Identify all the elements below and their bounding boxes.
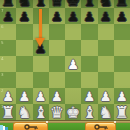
square-e3[interactable] [65, 72, 81, 88]
arrow-head [35, 38, 45, 47]
square-f7[interactable]: ♟ [81, 8, 97, 24]
piece-black-pawn: ♟ [67, 9, 79, 24]
square-f6[interactable] [81, 24, 97, 40]
square-a2[interactable]: ♟ [0, 88, 16, 104]
square-h2[interactable]: ♟ [114, 88, 130, 104]
piece-white-pawn: ♟ [116, 89, 128, 104]
square-e2[interactable] [65, 88, 81, 104]
piece-white-bishop: ♝ [33, 105, 47, 120]
square-e5[interactable] [65, 40, 81, 56]
square-h7[interactable]: ♟ [114, 8, 130, 24]
key-icon [94, 124, 108, 130]
square-h1[interactable]: ♜ [114, 104, 130, 120]
square-f5[interactable] [81, 40, 97, 56]
piece-white-pawn: ♟ [19, 89, 31, 104]
piece-white-pawn: ♟ [84, 89, 96, 104]
square-b1[interactable]: ♞ [16, 104, 32, 120]
square-d2[interactable]: ♟ [49, 88, 65, 104]
square-b5[interactable] [16, 40, 32, 56]
chess-board: ♜♞♝♛♚♝♞♜♟♟♟♟♟♟♟♟♟♟♟♟♟♟♟♟♜♞♝♛♚♝♞♜ [0, 0, 130, 120]
square-g3[interactable] [98, 72, 114, 88]
square-g8[interactable]: ♞ [98, 0, 114, 8]
square-f8[interactable]: ♝ [81, 0, 97, 8]
square-d1[interactable]: ♛ [49, 104, 65, 120]
square-a6[interactable] [0, 24, 16, 40]
square-h5[interactable] [114, 40, 130, 56]
square-a1[interactable]: ♜ [0, 104, 16, 120]
piece-black-rook: ♜ [115, 0, 129, 8]
square-b3[interactable] [16, 72, 32, 88]
piece-white-bishop: ♝ [82, 105, 96, 120]
piece-white-queen: ♛ [50, 105, 64, 120]
piece-white-knight: ♞ [17, 105, 31, 120]
square-e7[interactable]: ♟ [65, 8, 81, 24]
piece-black-pawn: ♟ [51, 9, 63, 24]
square-g1[interactable]: ♞ [98, 104, 114, 120]
square-a4[interactable] [0, 56, 16, 72]
piece-black-pawn: ♟ [100, 9, 112, 24]
piece-black-pawn: ♟ [2, 9, 14, 24]
piece-black-pawn: ♟ [84, 9, 96, 24]
square-a3[interactable] [0, 72, 16, 88]
chess-app-screen: ♜♞♝♛♚♝♞♜♟♟♟♟♟♟♟♟♟♟♟♟♟♟♟♟♜♞♝♛♚♝♞♜ 8765432… [0, 0, 130, 130]
piece-white-pawn: ♟ [67, 57, 79, 72]
piece-white-pawn: ♟ [35, 89, 47, 104]
piece-black-queen: ♛ [50, 0, 64, 8]
piece-white-pawn: ♟ [2, 89, 14, 104]
piece-white-pawn: ♟ [51, 89, 63, 104]
square-g4[interactable] [98, 56, 114, 72]
square-f3[interactable] [81, 72, 97, 88]
arrow-shaft [39, 9, 42, 38]
square-h3[interactable] [114, 72, 130, 88]
square-d8[interactable]: ♛ [49, 0, 65, 8]
square-e1[interactable]: ♚ [65, 104, 81, 120]
piece-black-bishop: ♝ [82, 0, 96, 8]
square-d3[interactable] [49, 72, 65, 88]
square-b4[interactable] [16, 56, 32, 72]
square-a8[interactable]: ♜ [0, 0, 16, 8]
square-c2[interactable]: ♟ [33, 88, 49, 104]
square-d4[interactable] [49, 56, 65, 72]
square-h6[interactable] [114, 24, 130, 40]
square-a7[interactable]: ♟ [0, 8, 16, 24]
piece-black-pawn: ♟ [116, 9, 128, 24]
square-f4[interactable] [81, 56, 97, 72]
piece-white-king: ♚ [66, 105, 80, 120]
key-icon [24, 124, 38, 130]
square-e4[interactable]: ♟ [65, 56, 81, 72]
square-g2[interactable]: ♟ [98, 88, 114, 104]
piece-black-rook: ♜ [1, 0, 15, 8]
toolbar-button-left[interactable] [13, 122, 48, 130]
piece-black-king: ♚ [66, 0, 80, 8]
piece-white-rook: ♜ [1, 105, 15, 120]
square-c8[interactable]: ♝ [33, 0, 49, 8]
square-d5[interactable] [49, 40, 65, 56]
square-g5[interactable] [98, 40, 114, 56]
square-c1[interactable]: ♝ [33, 104, 49, 120]
square-a5[interactable] [0, 40, 16, 56]
square-f1[interactable]: ♝ [81, 104, 97, 120]
toolbar-button-right[interactable] [85, 122, 116, 130]
piece-black-bishop: ♝ [33, 0, 47, 8]
piece-black-knight: ♞ [17, 0, 31, 8]
square-h4[interactable] [114, 56, 130, 72]
square-c4[interactable] [33, 56, 49, 72]
piece-white-knight: ♞ [98, 105, 112, 120]
square-b8[interactable]: ♞ [16, 0, 32, 8]
square-g6[interactable] [98, 24, 114, 40]
square-e6[interactable] [65, 24, 81, 40]
square-f2[interactable]: ♟ [81, 88, 97, 104]
square-g7[interactable]: ♟ [98, 8, 114, 24]
piece-black-pawn: ♟ [19, 9, 31, 24]
square-b7[interactable]: ♟ [16, 8, 32, 24]
piece-white-rook: ♜ [115, 105, 129, 120]
square-b6[interactable] [16, 24, 32, 40]
square-h8[interactable]: ♜ [114, 0, 130, 8]
square-d7[interactable]: ♟ [49, 8, 65, 24]
square-b2[interactable]: ♟ [16, 88, 32, 104]
square-d6[interactable] [49, 24, 65, 40]
piece-black-knight: ♞ [98, 0, 112, 8]
square-e8[interactable]: ♚ [65, 0, 81, 8]
piece-white-pawn: ♟ [100, 89, 112, 104]
square-c3[interactable] [33, 72, 49, 88]
